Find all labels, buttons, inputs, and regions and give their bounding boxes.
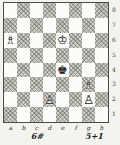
rank-label-7: 7 [112,18,116,33]
square-b5[interactable] [17,48,30,63]
square-g8[interactable] [82,3,95,18]
file-label-a: a [4,124,17,131]
square-c1[interactable] [30,107,43,122]
square-f5[interactable] [69,48,82,63]
square-e6[interactable]: ♔ [56,33,69,48]
material-count-label: 5+1 [85,131,103,141]
square-c5[interactable] [30,48,43,63]
file-label-e: e [56,124,69,131]
square-f1[interactable] [69,107,82,122]
square-g3[interactable]: ♗ [82,77,95,92]
square-e2[interactable] [56,92,69,107]
file-labels: abcdefgh [4,124,108,131]
square-b7[interactable] [17,18,30,33]
square-f7[interactable] [69,18,82,33]
square-c4[interactable] [30,63,43,78]
chess-board-frame: ♗♔♚♗♙♙ [3,2,109,123]
square-g5[interactable] [82,48,95,63]
square-b4[interactable] [17,63,30,78]
rank-label-5: 5 [112,48,116,63]
square-h5[interactable] [95,48,108,63]
square-b2[interactable] [17,92,30,107]
square-a2[interactable] [4,92,17,107]
file-label-c: c [30,124,43,131]
file-label-d: d [43,124,56,131]
square-c3[interactable] [30,77,43,92]
stipulation-label: 6# [31,131,43,141]
white-bishop: ♗ [4,33,17,48]
rank-label-2: 2 [112,92,116,107]
rank-label-3: 3 [112,77,116,92]
square-e1[interactable] [56,107,69,122]
square-b6[interactable] [17,33,30,48]
file-label-g: g [82,124,95,131]
white-pawn: ♙ [43,92,56,107]
square-a6[interactable]: ♗ [4,33,17,48]
square-c7[interactable] [30,18,43,33]
square-g1[interactable] [82,107,95,122]
square-d3[interactable] [43,77,56,92]
square-g2[interactable]: ♙ [82,92,95,107]
square-g4[interactable] [82,63,95,78]
square-b3[interactable] [17,77,30,92]
square-d4[interactable] [43,63,56,78]
rank-label-6: 6 [112,33,116,48]
rank-labels: 87654321 [112,3,116,122]
square-c8[interactable] [30,3,43,18]
square-a1[interactable] [4,107,17,122]
square-a3[interactable] [4,77,17,92]
black-king: ♚ [56,63,69,78]
square-h8[interactable] [95,3,108,18]
square-h1[interactable] [95,107,108,122]
white-king: ♔ [56,33,69,48]
square-a7[interactable] [4,18,17,33]
square-h4[interactable] [95,63,108,78]
square-f8[interactable] [69,3,82,18]
square-e8[interactable] [56,3,69,18]
square-c2[interactable] [30,92,43,107]
square-f3[interactable] [69,77,82,92]
square-d2[interactable]: ♙ [43,92,56,107]
square-f6[interactable] [69,33,82,48]
file-label-f: f [69,124,82,131]
square-e7[interactable] [56,18,69,33]
file-label-h: h [95,124,108,131]
square-e4[interactable]: ♚ [56,63,69,78]
square-g6[interactable] [82,33,95,48]
square-e3[interactable] [56,77,69,92]
rank-label-1: 1 [112,107,116,122]
square-h7[interactable] [95,18,108,33]
square-b8[interactable] [17,3,30,18]
square-d7[interactable] [43,18,56,33]
square-a5[interactable] [4,48,17,63]
square-h2[interactable] [95,92,108,107]
square-d6[interactable] [43,33,56,48]
square-f2[interactable] [69,92,82,107]
square-c6[interactable] [30,33,43,48]
square-d5[interactable] [43,48,56,63]
square-d8[interactable] [43,3,56,18]
rank-label-4: 4 [112,63,116,78]
white-pawn: ♙ [82,92,95,107]
square-a4[interactable] [4,63,17,78]
square-d1[interactable] [43,107,56,122]
square-h6[interactable] [95,33,108,48]
file-label-b: b [17,124,30,131]
square-h3[interactable] [95,77,108,92]
square-f4[interactable] [69,63,82,78]
square-e5[interactable] [56,48,69,63]
rank-label-8: 8 [112,3,116,18]
square-g7[interactable] [82,18,95,33]
square-a8[interactable] [4,3,17,18]
square-b1[interactable] [17,107,30,122]
white-bishop: ♗ [82,77,95,92]
chess-board: ♗♔♚♗♙♙ [4,3,108,122]
